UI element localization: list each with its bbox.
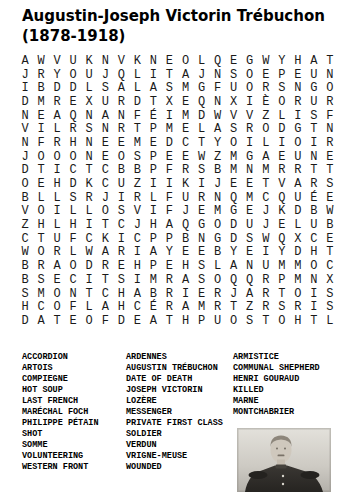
word-list-item: COMPIEGNE bbox=[22, 374, 99, 385]
grid-cell: É bbox=[145, 300, 161, 314]
grid-cell: L bbox=[290, 218, 306, 232]
grid-cell: I bbox=[49, 205, 65, 219]
grid-cell: D bbox=[17, 164, 33, 178]
grid-cell: U bbox=[113, 177, 129, 191]
grid-cell: O bbox=[33, 205, 49, 219]
word-list-item: KILLED bbox=[233, 385, 320, 396]
grid-cell: H bbox=[177, 259, 193, 273]
grid-cell: D bbox=[81, 259, 97, 273]
soldier-portrait-photo bbox=[237, 428, 331, 492]
grid-cell: C bbox=[17, 232, 33, 246]
grid-cell: M bbox=[290, 273, 306, 287]
grid-cell: Q bbox=[274, 191, 290, 205]
grid-cell: T bbox=[306, 122, 322, 136]
grid-cell: A bbox=[49, 109, 65, 123]
grid-cell: L bbox=[65, 205, 81, 219]
grid-cell: N bbox=[113, 109, 129, 123]
word-list-item: PHILIPPE PÉTAIN bbox=[22, 418, 99, 429]
grid-cell: L bbox=[210, 259, 226, 273]
grid-cell: S bbox=[17, 287, 33, 301]
grid-cell: G bbox=[194, 81, 210, 95]
grid-cell: C bbox=[113, 218, 129, 232]
worksheet-page: Augustin-Joseph Victorin Trébuchon (1878… bbox=[0, 0, 354, 500]
grid-cell: D bbox=[65, 177, 81, 191]
grid-cell: J bbox=[17, 150, 33, 164]
grid-cell: R bbox=[113, 246, 129, 260]
grid-cell: A bbox=[49, 259, 65, 273]
grid-cell: R bbox=[49, 95, 65, 109]
grid-cell: A bbox=[177, 273, 193, 287]
grid-cell: M bbox=[145, 273, 161, 287]
grid-cell: L bbox=[129, 81, 145, 95]
grid-cell: T bbox=[81, 287, 97, 301]
grid-cell: E bbox=[129, 314, 145, 328]
grid-cell: I bbox=[194, 177, 210, 191]
word-list-item: VRIGNE-MEUSE bbox=[126, 451, 223, 462]
grid-cell: W bbox=[81, 246, 97, 260]
grid-cell: L bbox=[49, 218, 65, 232]
grid-cell: E bbox=[161, 259, 177, 273]
grid-cell: E bbox=[33, 177, 49, 191]
grid-cell: E bbox=[161, 150, 177, 164]
grid-cell: I bbox=[81, 273, 97, 287]
grid-cell: A bbox=[226, 259, 242, 273]
grid-cell: E bbox=[161, 54, 177, 68]
grid-cell: O bbox=[49, 150, 65, 164]
grid-cell: N bbox=[17, 136, 33, 150]
grid-cell: Q bbox=[226, 191, 242, 205]
grid-cell: J bbox=[258, 218, 274, 232]
grid-cell: P bbox=[145, 232, 161, 246]
grid-cell: C bbox=[81, 232, 97, 246]
grid-cell: O bbox=[274, 314, 290, 328]
grid-cell: E bbox=[113, 259, 129, 273]
grid-cell: B bbox=[210, 246, 226, 260]
grid-cell: L bbox=[49, 191, 65, 205]
grid-cell: E bbox=[194, 205, 210, 219]
grid-cell: A bbox=[242, 287, 258, 301]
grid-cell: U bbox=[81, 68, 97, 82]
grid-cell: M bbox=[129, 136, 145, 150]
grid-cell: D bbox=[274, 122, 290, 136]
grid-cell: J bbox=[194, 68, 210, 82]
grid-cell: I bbox=[49, 164, 65, 178]
word-list-item: LOZÈRE bbox=[126, 396, 223, 407]
puzzle-title-line-1: Augustin-Joseph Victorin Trébuchon bbox=[22, 7, 325, 27]
grid-cell: M bbox=[226, 164, 242, 178]
grid-cell: H bbox=[113, 300, 129, 314]
grid-cell: F bbox=[161, 205, 177, 219]
grid-cell: E bbox=[177, 95, 193, 109]
grid-cell: Q bbox=[65, 109, 81, 123]
grid-cell: L bbox=[81, 300, 97, 314]
grid-cell: E bbox=[145, 136, 161, 150]
grid-cell: E bbox=[226, 177, 242, 191]
grid-cell: M bbox=[161, 122, 177, 136]
grid-cell: X bbox=[161, 95, 177, 109]
grid-cell: H bbox=[290, 54, 306, 68]
grid-cell: T bbox=[306, 314, 322, 328]
grid-cell: U bbox=[258, 259, 274, 273]
grid-cell: R bbox=[322, 95, 338, 109]
grid-cell: O bbox=[65, 150, 81, 164]
grid-cell: I bbox=[81, 218, 97, 232]
grid-cell: I bbox=[306, 300, 322, 314]
grid-cell: O bbox=[226, 314, 242, 328]
grid-cell: O bbox=[258, 122, 274, 136]
grid-cell: V bbox=[113, 54, 129, 68]
grid-cell: S bbox=[113, 205, 129, 219]
grid-cell: D bbox=[129, 95, 145, 109]
grid-cell: G bbox=[242, 150, 258, 164]
grid-cell: I bbox=[17, 81, 33, 95]
word-search-grid: AWVUKNVKNEOLQEGWYHATJRYOUJQLITAJNSOEPEUN… bbox=[17, 54, 338, 328]
grid-cell: N bbox=[306, 273, 322, 287]
word-list-item: HENRI GOURAUD bbox=[233, 374, 320, 385]
grid-cell: N bbox=[242, 164, 258, 178]
grid-cell: E bbox=[226, 54, 242, 68]
word-list-item: ARTOIS bbox=[22, 363, 99, 374]
grid-cell: I bbox=[113, 191, 129, 205]
grid-cell: C bbox=[258, 191, 274, 205]
grid-cell: È bbox=[258, 95, 274, 109]
grid-cell: O bbox=[65, 259, 81, 273]
word-list-item: PRIVATE FIRST CLASS bbox=[126, 418, 223, 429]
grid-cell: E bbox=[242, 205, 258, 219]
grid-cell: Y bbox=[161, 246, 177, 260]
word-list-item: MARNE bbox=[233, 396, 320, 407]
grid-cell: E bbox=[49, 273, 65, 287]
grid-cell: S bbox=[274, 300, 290, 314]
grid-cell: D bbox=[49, 81, 65, 95]
grid-cell: H bbox=[49, 177, 65, 191]
word-list-item: WOUNDED bbox=[126, 462, 223, 473]
grid-cell: K bbox=[129, 54, 145, 68]
grid-cell: I bbox=[129, 246, 145, 260]
grid-cell: J bbox=[97, 191, 113, 205]
grid-cell: A bbox=[129, 287, 145, 301]
grid-cell: Q bbox=[210, 54, 226, 68]
grid-cell: S bbox=[322, 287, 338, 301]
grid-cell: P bbox=[194, 314, 210, 328]
grid-cell: B bbox=[145, 287, 161, 301]
grid-cell: F bbox=[65, 232, 81, 246]
grid-cell: M bbox=[258, 164, 274, 178]
grid-cell: D bbox=[17, 95, 33, 109]
grid-cell: M bbox=[33, 95, 49, 109]
grid-cell: P bbox=[274, 68, 290, 82]
grid-cell: N bbox=[17, 109, 33, 123]
grid-cell: X bbox=[290, 232, 306, 246]
grid-cell: M bbox=[226, 150, 242, 164]
grid-cell: A bbox=[210, 122, 226, 136]
grid-cell: Y bbox=[210, 136, 226, 150]
grid-cell: R bbox=[113, 122, 129, 136]
word-list-item: MARÉCHAL FOCH bbox=[22, 407, 99, 418]
grid-cell: S bbox=[129, 150, 145, 164]
grid-cell: B bbox=[17, 259, 33, 273]
word-list-item: DATE OF DEATH bbox=[126, 374, 223, 385]
grid-cell: R bbox=[274, 164, 290, 178]
grid-cell: R bbox=[194, 191, 210, 205]
grid-cell: E bbox=[97, 150, 113, 164]
grid-cell: J bbox=[17, 68, 33, 82]
grid-cell: Z bbox=[129, 177, 145, 191]
grid-cell: M bbox=[210, 205, 226, 219]
grid-cell: I bbox=[113, 232, 129, 246]
grid-cell: L bbox=[129, 68, 145, 82]
grid-cell: A bbox=[17, 54, 33, 68]
grid-cell: A bbox=[97, 300, 113, 314]
grid-cell: Z bbox=[258, 109, 274, 123]
grid-cell: G bbox=[226, 205, 242, 219]
grid-cell: G bbox=[242, 54, 258, 68]
grid-cell: C bbox=[97, 287, 113, 301]
grid-cell: O bbox=[177, 54, 193, 68]
grid-cell: N bbox=[97, 54, 113, 68]
grid-cell: S bbox=[113, 273, 129, 287]
grid-cell: Q bbox=[242, 273, 258, 287]
grid-cell: I bbox=[145, 205, 161, 219]
grid-cell: S bbox=[322, 177, 338, 191]
grid-cell: S bbox=[194, 164, 210, 178]
grid-cell: V bbox=[49, 54, 65, 68]
grid-cell: U bbox=[177, 191, 193, 205]
word-list-item: WESTERN FRONT bbox=[22, 462, 99, 473]
grid-cell: Z bbox=[242, 300, 258, 314]
grid-cell: U bbox=[306, 68, 322, 82]
grid-cell: H bbox=[33, 218, 49, 232]
grid-cell: R bbox=[177, 164, 193, 178]
grid-cell: O bbox=[33, 246, 49, 260]
soldier-portrait-illustration bbox=[237, 428, 331, 492]
word-list-column: ARDENNESAUGUSTIN TRÉBUCHONDATE OF DEATHJ… bbox=[126, 352, 223, 473]
grid-cell: I bbox=[242, 136, 258, 150]
grid-cell: E bbox=[65, 95, 81, 109]
grid-cell: O bbox=[226, 136, 242, 150]
grid-cell: S bbox=[226, 122, 242, 136]
grid-cell: R bbox=[161, 287, 177, 301]
grid-cell: Q bbox=[177, 218, 193, 232]
grid-cell: A bbox=[97, 246, 113, 260]
grid-cell: O bbox=[290, 136, 306, 150]
grid-cell: R bbox=[129, 191, 145, 205]
grid-cell: S bbox=[161, 81, 177, 95]
grid-cell: U bbox=[306, 218, 322, 232]
grid-cell: W bbox=[210, 109, 226, 123]
grid-cell: A bbox=[145, 81, 161, 95]
grid-cell: J bbox=[177, 205, 193, 219]
grid-cell: L bbox=[274, 109, 290, 123]
word-list-item: SHOT bbox=[22, 429, 99, 440]
grid-cell: Q bbox=[194, 95, 210, 109]
grid-cell: W bbox=[17, 246, 33, 260]
grid-cell: P bbox=[145, 122, 161, 136]
grid-cell: E bbox=[194, 246, 210, 260]
grid-cell: I bbox=[177, 287, 193, 301]
grid-cell: R bbox=[113, 95, 129, 109]
grid-cell: N bbox=[81, 109, 97, 123]
grid-cell: W bbox=[194, 150, 210, 164]
grid-cell: M bbox=[274, 259, 290, 273]
grid-cell: I bbox=[129, 273, 145, 287]
grid-cell: L bbox=[81, 81, 97, 95]
puzzle-title-line-2: (1878-1918) bbox=[22, 27, 325, 47]
grid-cell: E bbox=[274, 218, 290, 232]
grid-cell: P bbox=[161, 232, 177, 246]
grid-cell: R bbox=[210, 300, 226, 314]
grid-cell: A bbox=[177, 300, 193, 314]
grid-cell: A bbox=[177, 68, 193, 82]
grid-cell: K bbox=[274, 205, 290, 219]
grid-cell: N bbox=[210, 68, 226, 82]
grid-cell: P bbox=[274, 273, 290, 287]
grid-cell: H bbox=[290, 314, 306, 328]
grid-cell: F bbox=[161, 164, 177, 178]
grid-cell: M bbox=[177, 109, 193, 123]
word-list-item: MONTCHABRIER bbox=[233, 407, 320, 418]
grid-cell: A bbox=[113, 81, 129, 95]
grid-cell: H bbox=[306, 246, 322, 260]
grid-cell: L bbox=[33, 191, 49, 205]
grid-cell: S bbox=[226, 68, 242, 82]
grid-cell: F bbox=[322, 109, 338, 123]
grid-cell: L bbox=[258, 136, 274, 150]
grid-cell: J bbox=[258, 205, 274, 219]
word-list-item: JOSEPH VICTORIN bbox=[126, 385, 223, 396]
grid-cell: R bbox=[306, 177, 322, 191]
grid-cell: T bbox=[322, 54, 338, 68]
grid-cell: Q bbox=[113, 68, 129, 82]
grid-cell: I bbox=[274, 136, 290, 150]
grid-cell: U bbox=[306, 95, 322, 109]
grid-cell: B bbox=[129, 164, 145, 178]
grid-cell: T bbox=[97, 273, 113, 287]
grid-cell: F bbox=[97, 314, 113, 328]
grid-cell: B bbox=[306, 205, 322, 219]
grid-cell: O bbox=[210, 273, 226, 287]
grid-cell: F bbox=[33, 136, 49, 150]
grid-cell: H bbox=[177, 314, 193, 328]
grid-cell: V bbox=[129, 205, 145, 219]
grid-cell: E bbox=[194, 287, 210, 301]
grid-cell: G bbox=[306, 81, 322, 95]
grid-cell: B bbox=[113, 164, 129, 178]
grid-cell: H bbox=[129, 259, 145, 273]
grid-cell: B bbox=[322, 218, 338, 232]
grid-cell: R bbox=[290, 95, 306, 109]
grid-cell: I bbox=[145, 177, 161, 191]
grid-cell: S bbox=[65, 191, 81, 205]
grid-cell: S bbox=[194, 259, 210, 273]
grid-cell: D bbox=[17, 314, 33, 328]
grid-cell: É bbox=[145, 109, 161, 123]
grid-cell: C bbox=[177, 136, 193, 150]
word-list-item: ARDENNES bbox=[126, 352, 223, 363]
grid-cell: R bbox=[258, 273, 274, 287]
grid-cell: J bbox=[210, 177, 226, 191]
grid-cell: E bbox=[242, 246, 258, 260]
grid-cell: B bbox=[33, 81, 49, 95]
grid-cell: C bbox=[65, 273, 81, 287]
grid-cell: T bbox=[161, 314, 177, 328]
grid-cell: T bbox=[129, 122, 145, 136]
grid-cell: N bbox=[145, 54, 161, 68]
word-list-item: SOLDIER bbox=[126, 429, 223, 440]
grid-cell: A bbox=[290, 177, 306, 191]
grid-cell: L bbox=[194, 122, 210, 136]
grid-cell: C bbox=[129, 300, 145, 314]
grid-cell: O bbox=[322, 81, 338, 95]
grid-cell: G bbox=[210, 232, 226, 246]
grid-cell: E bbox=[322, 191, 338, 205]
word-list-column: ARMISTICECOMMUNAL SHEPHERDHENRI GOURAUDK… bbox=[233, 352, 320, 418]
grid-cell: I bbox=[161, 177, 177, 191]
grid-cell: A bbox=[97, 109, 113, 123]
grid-cell: V bbox=[242, 109, 258, 123]
grid-cell: L bbox=[145, 191, 161, 205]
grid-cell: I bbox=[258, 246, 274, 260]
grid-cell: A bbox=[161, 218, 177, 232]
grid-cell: D bbox=[194, 109, 210, 123]
word-list-item: COMMUNAL SHEPHERD bbox=[233, 363, 320, 374]
grid-cell: O bbox=[290, 287, 306, 301]
grid-cell: P bbox=[145, 259, 161, 273]
word-list-item: SOMME bbox=[22, 440, 99, 451]
grid-cell: I bbox=[145, 68, 161, 82]
grid-cell: S bbox=[322, 300, 338, 314]
grid-cell: E bbox=[274, 150, 290, 164]
grid-cell: F bbox=[210, 81, 226, 95]
grid-cell: C bbox=[97, 164, 113, 178]
grid-cell: H bbox=[65, 136, 81, 150]
grid-cell: A bbox=[33, 314, 49, 328]
grid-cell: R bbox=[33, 259, 49, 273]
grid-cell: Q bbox=[274, 232, 290, 246]
word-list-column: ACCORDIONARTOISCOMPIEGNEHOT SOUPLAST FRE… bbox=[22, 352, 99, 473]
grid-cell: F bbox=[161, 191, 177, 205]
grid-cell: H bbox=[145, 218, 161, 232]
grid-cell: A bbox=[306, 54, 322, 68]
grid-cell: T bbox=[33, 232, 49, 246]
grid-cell: D bbox=[113, 314, 129, 328]
grid-cell: O bbox=[210, 218, 226, 232]
grid-cell: I bbox=[306, 136, 322, 150]
grid-cell: K bbox=[97, 232, 113, 246]
grid-cell: V bbox=[274, 177, 290, 191]
grid-cell: E bbox=[65, 314, 81, 328]
grid-cell: I bbox=[33, 122, 49, 136]
grid-cell: B bbox=[17, 273, 33, 287]
grid-cell: R bbox=[49, 136, 65, 150]
grid-cell: R bbox=[258, 287, 274, 301]
grid-cell: O bbox=[242, 68, 258, 82]
grid-cell: C bbox=[97, 177, 113, 191]
grid-cell: Z bbox=[17, 218, 33, 232]
grid-cell: L bbox=[322, 314, 338, 328]
grid-cell: M bbox=[242, 191, 258, 205]
grid-cell: N bbox=[242, 259, 258, 273]
grid-cell: É bbox=[306, 191, 322, 205]
grid-cell: V bbox=[17, 205, 33, 219]
grid-cell: H bbox=[17, 300, 33, 314]
grid-cell: U bbox=[290, 191, 306, 205]
grid-cell: N bbox=[65, 287, 81, 301]
grid-cell: W bbox=[33, 54, 49, 68]
grid-cell: I bbox=[242, 95, 258, 109]
grid-cell: E bbox=[97, 136, 113, 150]
grid-cell: T bbox=[258, 177, 274, 191]
